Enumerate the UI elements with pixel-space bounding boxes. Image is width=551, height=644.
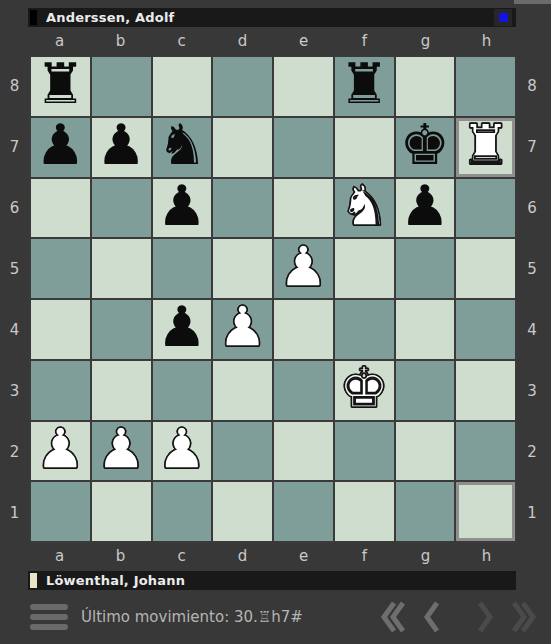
rank-label-6: 6 — [0, 177, 29, 238]
chevron-left-icon — [421, 600, 441, 634]
square-e6[interactable] — [274, 179, 333, 238]
square-a2[interactable]: ♟ — [31, 422, 90, 481]
square-d6[interactable] — [213, 179, 272, 238]
rank-label-8: 8 — [0, 55, 29, 116]
square-f3[interactable]: ♚ — [335, 361, 394, 420]
square-d4[interactable]: ♟ — [213, 300, 272, 359]
black-pawn-icon: ♟ — [96, 118, 146, 173]
square-b1[interactable] — [92, 482, 151, 541]
square-d2[interactable] — [213, 422, 272, 481]
rank-label-1: 1 — [517, 482, 547, 543]
square-b8[interactable] — [92, 57, 151, 116]
square-f7[interactable] — [335, 118, 394, 177]
square-d5[interactable] — [213, 239, 272, 298]
nav-first-move-button[interactable] — [378, 600, 406, 634]
rank-label-2: 2 — [517, 421, 547, 482]
rank-label-7: 7 — [0, 116, 29, 177]
rank-label-1: 1 — [0, 482, 29, 543]
player-bar-bottom: Löwenthal, Johann — [28, 571, 516, 590]
file-label-g: g — [395, 31, 456, 51]
square-c4[interactable]: ♟ — [153, 300, 212, 359]
black-knight-icon: ♞ — [157, 118, 207, 173]
file-label-c: c — [151, 31, 212, 51]
black-pawn-icon: ♟ — [35, 118, 85, 173]
nav-next-move-button[interactable] — [476, 600, 496, 634]
square-a8[interactable]: ♜ — [31, 57, 90, 116]
square-h4[interactable] — [456, 300, 515, 359]
double-chevron-left-icon — [378, 600, 406, 634]
nav-last-move-button[interactable] — [511, 600, 539, 634]
square-d8[interactable] — [213, 57, 272, 116]
square-h7[interactable]: ♜ — [456, 118, 515, 177]
file-labels-top: abcdefgh — [29, 31, 517, 51]
top-right-strip — [514, 0, 551, 4]
square-c7[interactable]: ♞ — [153, 118, 212, 177]
square-h6[interactable] — [456, 179, 515, 238]
square-g4[interactable] — [396, 300, 455, 359]
square-d7[interactable] — [213, 118, 272, 177]
square-f8[interactable]: ♜ — [335, 57, 394, 116]
square-b4[interactable] — [92, 300, 151, 359]
double-chevron-right-icon — [511, 600, 539, 634]
square-h3[interactable] — [456, 361, 515, 420]
square-f4[interactable] — [335, 300, 394, 359]
white-rook-icon: ♜ — [461, 118, 511, 173]
square-b2[interactable]: ♟ — [92, 422, 151, 481]
rank-label-7: 7 — [517, 116, 547, 177]
rank-label-4: 4 — [0, 299, 29, 360]
rank-label-3: 3 — [517, 360, 547, 421]
file-label-a: a — [29, 31, 90, 51]
file-labels-bottom: abcdefgh — [29, 546, 517, 566]
black-rook-icon: ♜ — [35, 57, 85, 112]
square-f2[interactable] — [335, 422, 394, 481]
square-g7[interactable]: ♚ — [396, 118, 455, 177]
square-h8[interactable] — [456, 57, 515, 116]
file-label-a: a — [29, 546, 90, 566]
file-label-d: d — [212, 546, 273, 566]
white-knight-icon: ♞ — [339, 179, 389, 234]
square-a5[interactable] — [31, 239, 90, 298]
white-pawn-icon: ♟ — [96, 422, 146, 477]
square-a3[interactable] — [31, 361, 90, 420]
square-e2[interactable] — [274, 422, 333, 481]
rank-label-8: 8 — [517, 55, 547, 116]
rank-label-6: 6 — [517, 177, 547, 238]
file-label-f: f — [334, 31, 395, 51]
square-f6[interactable]: ♞ — [335, 179, 394, 238]
file-label-h: h — [456, 31, 517, 51]
square-e7[interactable] — [274, 118, 333, 177]
square-e8[interactable] — [274, 57, 333, 116]
rank-label-4: 4 — [517, 299, 547, 360]
file-label-c: c — [151, 546, 212, 566]
rank-label-3: 3 — [0, 360, 29, 421]
square-g3[interactable] — [396, 361, 455, 420]
nav-buttons — [378, 600, 539, 634]
square-h2[interactable] — [456, 422, 515, 481]
square-d3[interactable] — [213, 361, 272, 420]
menu-button[interactable] — [30, 604, 68, 630]
chess-app-window: Anderssen, Adolf abcdefgh 87654321 ♜♜♟♟♞… — [0, 0, 551, 644]
black-pawn-icon: ♟ — [400, 179, 450, 234]
square-d1[interactable] — [213, 482, 272, 541]
black-rook-icon: ♜ — [339, 57, 389, 112]
square-g1[interactable] — [396, 482, 455, 541]
white-pawn-icon: ♟ — [157, 422, 207, 477]
rank-label-2: 2 — [0, 421, 29, 482]
square-c5[interactable] — [153, 239, 212, 298]
black-pawn-icon: ♟ — [157, 179, 207, 234]
white-pawn-icon: ♟ — [278, 239, 328, 294]
black-color-marker-icon — [30, 10, 37, 25]
nav-previous-move-button[interactable] — [421, 600, 441, 634]
square-b5[interactable] — [92, 239, 151, 298]
square-g2[interactable] — [396, 422, 455, 481]
file-label-b: b — [90, 31, 151, 51]
file-label-e: e — [273, 546, 334, 566]
player-name-top: Anderssen, Adolf — [46, 10, 174, 25]
square-b6[interactable] — [92, 179, 151, 238]
file-label-d: d — [212, 31, 273, 51]
square-e4[interactable] — [274, 300, 333, 359]
square-f1[interactable] — [335, 482, 394, 541]
white-king-icon: ♚ — [339, 361, 389, 416]
square-g6[interactable]: ♟ — [396, 179, 455, 238]
white-pawn-icon: ♟ — [35, 422, 85, 477]
white-color-marker-icon — [30, 573, 37, 588]
square-e5[interactable]: ♟ — [274, 239, 333, 298]
blue-square-icon — [499, 13, 508, 22]
player-name-bottom: Löwenthal, Johann — [46, 573, 185, 588]
player-bar-top: Anderssen, Adolf — [28, 8, 516, 27]
last-move-label: Último movimiento: 30.♖h7# — [81, 608, 303, 626]
square-a6[interactable] — [31, 179, 90, 238]
hamburger-icon — [30, 604, 68, 610]
move-indicator — [494, 9, 512, 26]
file-label-b: b — [90, 546, 151, 566]
square-b7[interactable]: ♟ — [92, 118, 151, 177]
square-a1[interactable] — [31, 482, 90, 541]
square-a7[interactable]: ♟ — [31, 118, 90, 177]
square-e3[interactable] — [274, 361, 333, 420]
black-king-icon: ♚ — [400, 118, 450, 173]
rank-label-5: 5 — [0, 238, 29, 299]
square-h1[interactable] — [456, 482, 515, 541]
rank-labels-right: 87654321 — [517, 55, 547, 543]
file-label-f: f — [334, 546, 395, 566]
square-g8[interactable] — [396, 57, 455, 116]
square-c3[interactable] — [153, 361, 212, 420]
square-c2[interactable]: ♟ — [153, 422, 212, 481]
board: ♜♜♟♟♞♚♜♟♞♟♟♟♟♚♟♟♟ — [29, 55, 517, 543]
file-label-e: e — [273, 31, 334, 51]
square-c8[interactable] — [153, 57, 212, 116]
square-c1[interactable] — [153, 482, 212, 541]
file-label-h: h — [456, 546, 517, 566]
square-a4[interactable] — [31, 300, 90, 359]
rank-labels-left: 87654321 — [0, 55, 29, 543]
square-e1[interactable] — [274, 482, 333, 541]
square-g5[interactable] — [396, 239, 455, 298]
square-b3[interactable] — [92, 361, 151, 420]
controls-bar: Último movimiento: 30.♖h7# — [0, 590, 551, 644]
square-f5[interactable] — [335, 239, 394, 298]
square-c6[interactable]: ♟ — [153, 179, 212, 238]
rank-label-5: 5 — [517, 238, 547, 299]
square-h5[interactable] — [456, 239, 515, 298]
file-label-g: g — [395, 546, 456, 566]
white-pawn-icon: ♟ — [218, 300, 268, 355]
chevron-right-icon — [476, 600, 496, 634]
black-pawn-icon: ♟ — [157, 300, 207, 355]
